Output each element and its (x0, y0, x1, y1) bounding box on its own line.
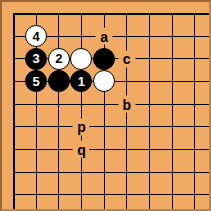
point-label-a: a (96, 28, 113, 45)
point-label-p: p (73, 118, 90, 135)
point-label-c: c (118, 50, 135, 67)
stone-black-5: 5 (25, 70, 47, 92)
go-board: acbpq43251 (2, 2, 209, 209)
stone-black (93, 48, 115, 70)
grid-line-v (149, 13, 150, 209)
stone-white-4: 4 (25, 25, 47, 47)
go-diagram: acbpq43251 (0, 0, 211, 211)
stone-black (48, 70, 70, 92)
grid-line-h (13, 194, 209, 195)
point-label-q: q (73, 141, 90, 158)
stone-black-1: 1 (70, 70, 92, 92)
grid-line-h (13, 126, 209, 127)
stone-white (93, 70, 115, 92)
point-label-b: b (118, 96, 135, 113)
grid-line-v (58, 13, 59, 209)
grid-line-v (81, 13, 82, 209)
grid-line-h (13, 104, 209, 105)
grid-line-h (13, 149, 209, 150)
grid-line-v (13, 13, 15, 209)
grid-line-h (13, 13, 209, 15)
stone-white-2: 2 (48, 48, 70, 70)
grid-line-v (194, 13, 195, 209)
stone-white (70, 48, 92, 70)
grid-line-h (13, 172, 209, 173)
stone-black-3: 3 (25, 48, 47, 70)
grid-line-v (172, 13, 173, 209)
